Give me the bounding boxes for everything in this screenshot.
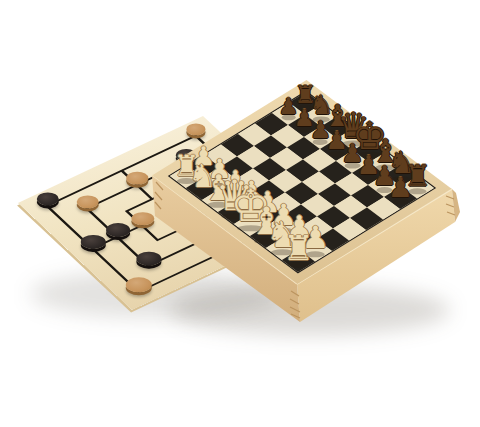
morris-disc-wood-d3[interactable] xyxy=(131,212,154,226)
chess-piece-glyph: ♟ xyxy=(388,174,413,202)
morris-disc-wood-b4[interactable] xyxy=(126,172,147,185)
chess-piece-glyph: ♜ xyxy=(283,230,314,264)
morris-disc-black-f2[interactable] xyxy=(136,251,161,266)
morris-disc-wood-b2[interactable] xyxy=(76,195,99,208)
white-rook-h1[interactable]: ♜ xyxy=(283,230,314,264)
scene-product-photo: ♜♞♝♛♚♝♞♜♟♟♟♟♟♟♟♟♟♟♟♟♟♟♟♟♜♞♝♛♚♝♞♜ xyxy=(0,0,480,427)
morris-disc-black-d2[interactable] xyxy=(106,223,130,237)
black-pawn-h7[interactable]: ♟ xyxy=(388,174,413,202)
chess-box-shadow xyxy=(170,285,450,335)
box-wall-right-sliver xyxy=(452,189,460,222)
